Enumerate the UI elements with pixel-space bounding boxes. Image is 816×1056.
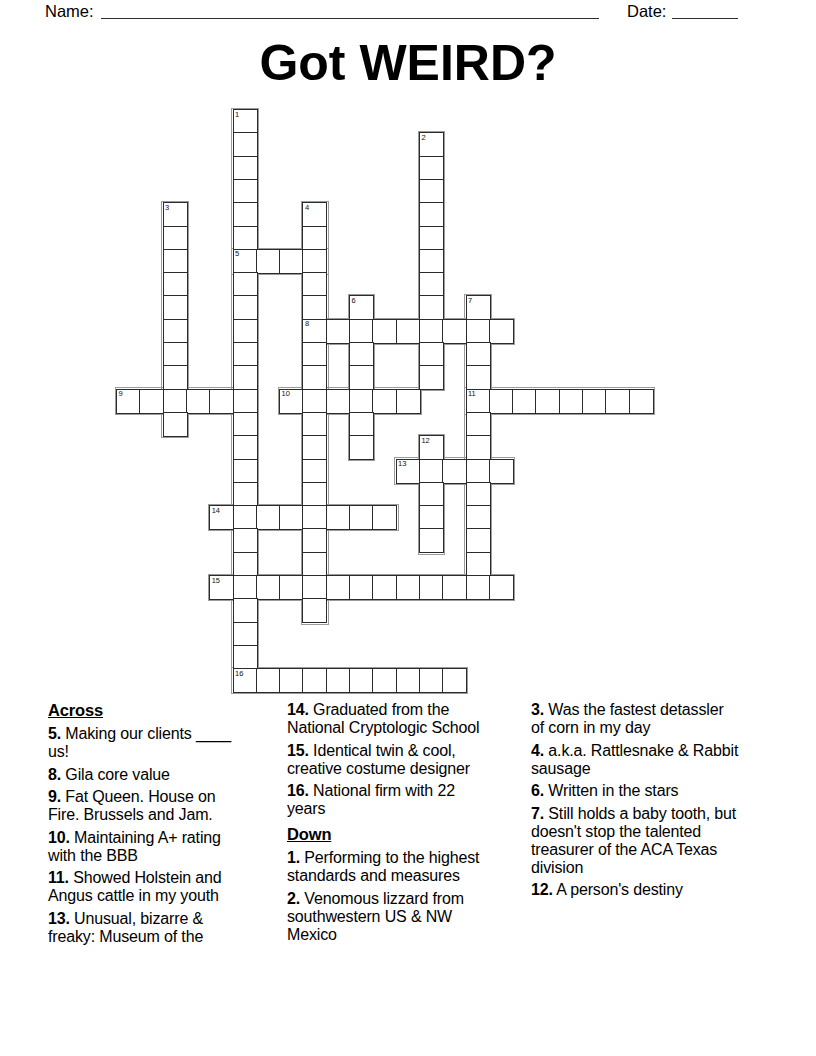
grid-cell-r7-c5[interactable] (233, 272, 258, 297)
grid-cell-r15-c13[interactable] (419, 459, 444, 484)
grid-cell-r6-c8[interactable] (302, 249, 327, 274)
grid-cell-r12-c18[interactable] (535, 389, 560, 414)
grid-cell-r19-c5[interactable] (233, 552, 258, 577)
clue-across-10-text: Maintaining A+ rating with the BBB (48, 829, 221, 864)
grid-cell-r24-c8[interactable] (302, 668, 327, 693)
clue-number-6: 6 (352, 297, 356, 305)
grid-cell-r13-c15[interactable] (466, 412, 491, 437)
grid-cell-r9-c13[interactable] (419, 319, 444, 344)
grid-cell-r15-c12[interactable]: 13 (396, 459, 421, 484)
clue-across-14-text: Graduated from the National Cryptologic … (287, 701, 480, 736)
grid-cell-r9-c12[interactable] (396, 319, 421, 344)
grid-cell-r17-c9[interactable] (326, 505, 351, 530)
clue-down-3-number: 3. (531, 701, 544, 718)
clue-down-2-text: Venomous lizzard from southwestern US & … (287, 890, 464, 943)
grid-cell-r6-c13[interactable] (419, 249, 444, 274)
grid-cell-r17-c11[interactable] (372, 505, 397, 530)
clue-number-10: 10 (282, 390, 290, 398)
grid-cell-r17-c15[interactable] (466, 505, 491, 530)
grid-cell-r2-c5[interactable] (233, 156, 258, 181)
clue-number-15: 15 (212, 577, 220, 585)
grid-cell-r4-c8[interactable]: 4 (302, 202, 327, 227)
grid-cell-r24-c9[interactable] (326, 668, 351, 693)
grid-cell-r4-c5[interactable] (233, 202, 258, 227)
grid-cell-r10-c5[interactable] (233, 342, 258, 367)
grid-cell-r10-c8[interactable] (302, 342, 327, 367)
grid-cell-r3-c5[interactable] (233, 179, 258, 204)
grid-cell-r6-c5[interactable]: 5 (233, 249, 258, 274)
grid-cell-r24-c6[interactable] (256, 668, 281, 693)
grid-cell-r23-c5[interactable] (233, 645, 258, 670)
clue-across-8-number: 8. (48, 766, 61, 783)
grid-cell-r24-c10[interactable] (349, 668, 374, 693)
clue-number-11: 11 (468, 390, 476, 398)
grid-cell-r18-c5[interactable] (233, 528, 258, 553)
grid-cell-r8-c2[interactable] (163, 295, 188, 320)
grid-cell-r1-c5[interactable] (233, 132, 258, 157)
clue-column-3: 3. Was the fastest detassler of corn in … (531, 701, 739, 904)
clue-across-8: 8. Gila core value (48, 766, 250, 784)
grid-cell-r19-c8[interactable] (302, 552, 327, 577)
grid-cell-r18-c8[interactable] (302, 528, 327, 553)
grid-cell-r21-c5[interactable] (233, 598, 258, 623)
clue-down-12-number: 12. (531, 881, 553, 898)
grid-cell-r17-c10[interactable] (349, 505, 374, 530)
grid-cell-r10-c2[interactable] (163, 342, 188, 367)
grid-cell-r8-c5[interactable] (233, 295, 258, 320)
grid-cell-r12-c12[interactable] (396, 389, 421, 414)
grid-cell-r14-c10[interactable] (349, 435, 374, 460)
clue-down-12: 12. A person's destiny (531, 881, 739, 899)
grid-cell-r20-c7[interactable] (279, 575, 304, 600)
grid-cell-r9-c9[interactable] (326, 319, 351, 344)
grid-cell-r24-c11[interactable] (372, 668, 397, 693)
grid-cell-r12-c20[interactable] (582, 389, 607, 414)
grid-cell-r12-c11[interactable] (372, 389, 397, 414)
grid-cell-r7-c13[interactable] (419, 272, 444, 297)
clue-number-14: 14 (212, 507, 220, 515)
grid-cell-r9-c8[interactable]: 8 (302, 319, 327, 344)
grid-cell-r12-c9[interactable] (326, 389, 351, 414)
grid-cell-r17-c8[interactable] (302, 505, 327, 530)
grid-cell-r6-c6[interactable] (256, 249, 281, 274)
grid-cell-r12-c15[interactable]: 11 (466, 389, 491, 414)
clue-number-12: 12 (421, 437, 429, 445)
grid-cell-r24-c7[interactable] (279, 668, 304, 693)
grid-cell-r5-c2[interactable] (163, 226, 188, 251)
clue-column-2: 14. Graduated from the National Cryptolo… (287, 701, 495, 948)
clue-across-15-text: Identical twin & cool, creative costume … (287, 742, 470, 777)
clue-number-7: 7 (468, 297, 472, 305)
clue-across-13-number: 13. (48, 910, 70, 927)
clue-across-9-number: 9. (48, 788, 61, 805)
grid-cell-r17-c7[interactable] (279, 505, 304, 530)
grid-cell-r5-c8[interactable] (302, 226, 327, 251)
grid-cell-r20-c14[interactable] (442, 575, 467, 600)
grid-cell-r20-c12[interactable] (396, 575, 421, 600)
grid-cell-r15-c8[interactable] (302, 459, 327, 484)
grid-cell-r15-c15[interactable] (466, 459, 491, 484)
clue-down-12-text: A person's destiny (553, 881, 683, 898)
clue-across-13: 13. Unusual, bizarre & freaky: Museum of… (48, 910, 250, 946)
clue-down-3: 3. Was the fastest detassler of corn in … (531, 701, 739, 737)
grid-cell-r20-c13[interactable] (419, 575, 444, 600)
grid-cell-r14-c13[interactable]: 12 (419, 435, 444, 460)
clue-down-4-number: 4. (531, 742, 544, 759)
clue-down-7-number: 7. (531, 805, 544, 822)
grid-cell-r11-c5[interactable] (233, 365, 258, 390)
clue-down-6-text: Written in the stars (544, 782, 678, 799)
grid-cell-r20-c8[interactable] (302, 575, 327, 600)
grid-cell-r12-c8[interactable] (302, 389, 327, 414)
grid-cell-r4-c13[interactable] (419, 202, 444, 227)
grid-cell-r9-c15[interactable] (466, 319, 491, 344)
clue-down-1-number: 1. (287, 849, 300, 866)
grid-cell-r24-c13[interactable] (419, 668, 444, 693)
grid-cell-r15-c16[interactable] (489, 459, 514, 484)
grid-cell-r13-c8[interactable] (302, 412, 327, 437)
clue-down-1: 1. Performing to the highest standards a… (287, 849, 495, 885)
grid-cell-r11-c2[interactable] (163, 365, 188, 390)
grid-cell-r3-c13[interactable] (419, 179, 444, 204)
page-title: Got WEIRD? (0, 34, 816, 92)
grid-cell-r0-c5[interactable]: 1 (233, 109, 258, 134)
grid-cell-r12-c19[interactable] (559, 389, 584, 414)
grid-cell-r1-c13[interactable]: 2 (419, 132, 444, 157)
grid-cell-r12-c0[interactable]: 9 (116, 389, 141, 414)
grid-cell-r17-c5[interactable] (233, 505, 258, 530)
clue-down-6: 6. Written in the stars (531, 782, 739, 800)
down-header: Down (287, 825, 495, 843)
grid-cell-r8-c8[interactable] (302, 295, 327, 320)
grid-cell-r6-c7[interactable] (279, 249, 304, 274)
clue-across-16: 16. National firm with 22 years (287, 782, 495, 818)
clue-column-1: Across5. Making our clients ____ us!8. G… (48, 701, 250, 950)
clue-number-9: 9 (119, 390, 123, 398)
grid-cell-r14-c5[interactable] (233, 435, 258, 460)
grid-cell-r7-c2[interactable] (163, 272, 188, 297)
clue-across-10-number: 10. (48, 829, 70, 846)
grid-cell-r5-c5[interactable] (233, 226, 258, 251)
clue-number-1: 1 (235, 111, 239, 119)
grid-cell-r21-c8[interactable] (302, 598, 327, 623)
clue-across-15-number: 15. (287, 742, 309, 759)
grid-cell-r12-c22[interactable] (629, 389, 654, 414)
clue-number-5: 5 (235, 250, 239, 258)
grid-cell-r8-c13[interactable] (419, 295, 444, 320)
clue-across-16-number: 16. (287, 782, 309, 799)
grid-cell-r19-c15[interactable] (466, 552, 491, 577)
clue-number-13: 13 (398, 460, 406, 468)
grid-cell-r14-c8[interactable] (302, 435, 327, 460)
clue-across-10: 10. Maintaining A+ rating with the BBB (48, 829, 250, 865)
grid-cell-r12-c10[interactable] (349, 389, 374, 414)
clue-across-5: 5. Making our clients ____ us! (48, 725, 250, 761)
grid-cell-r4-c2[interactable]: 3 (163, 202, 188, 227)
grid-cell-r24-c5[interactable]: 16 (233, 668, 258, 693)
grid-cell-r9-c2[interactable] (163, 319, 188, 344)
grid-cell-r12-c3[interactable] (186, 389, 211, 414)
date-field-line[interactable] (672, 0, 738, 19)
clue-number-3: 3 (165, 204, 169, 212)
clue-number-8: 8 (305, 320, 309, 328)
clue-down-2-number: 2. (287, 890, 300, 907)
clue-across-14-number: 14. (287, 701, 309, 718)
grid-cell-r20-c6[interactable] (256, 575, 281, 600)
grid-cell-r10-c15[interactable] (466, 342, 491, 367)
clue-across-8-text: Gila core value (61, 766, 170, 783)
grid-cell-r12-c5[interactable] (233, 389, 258, 414)
grid-cell-r14-c15[interactable] (466, 435, 491, 460)
grid-cell-r2-c13[interactable] (419, 156, 444, 181)
grid-cell-r13-c5[interactable] (233, 412, 258, 437)
grid-cell-r20-c10[interactable] (349, 575, 374, 600)
clue-across-11: 11. Showed Holstein and Angus cattle in … (48, 869, 250, 905)
grid-cell-r9-c11[interactable] (372, 319, 397, 344)
name-label: Name: (45, 2, 94, 21)
grid-cell-r12-c1[interactable] (139, 389, 164, 414)
grid-cell-r24-c14[interactable] (442, 668, 467, 693)
clue-across-5-text: Making our clients ____ us! (48, 725, 231, 760)
grid-cell-r9-c16[interactable] (489, 319, 514, 344)
clue-number-4: 4 (305, 204, 309, 212)
clue-down-7-text: Still holds a baby tooth, but doesn't st… (531, 805, 736, 876)
grid-cell-r16-c5[interactable] (233, 482, 258, 507)
clue-across-15: 15. Identical twin & cool, creative cost… (287, 742, 495, 778)
grid-cell-r5-c13[interactable] (419, 226, 444, 251)
clue-across-5-number: 5. (48, 725, 61, 742)
grid-cell-r9-c14[interactable] (442, 319, 467, 344)
clue-down-2: 2. Venomous lizzard from southwestern US… (287, 890, 495, 944)
grid-cell-r12-c16[interactable] (489, 389, 514, 414)
grid-cell-r15-c14[interactable] (442, 459, 467, 484)
clue-across-11-text: Showed Holstein and Angus cattle in my y… (48, 869, 222, 904)
clue-down-3-text: Was the fastest detassler of corn in my … (531, 701, 724, 736)
grid-cell-r15-c5[interactable] (233, 459, 258, 484)
grid-cell-r18-c15[interactable] (466, 528, 491, 553)
grid-cell-r16-c13[interactable] (419, 482, 444, 507)
grid-cell-r24-c12[interactable] (396, 668, 421, 693)
grid-cell-r6-c2[interactable] (163, 249, 188, 274)
grid-cell-r11-c15[interactable] (466, 365, 491, 390)
grid-cell-r16-c8[interactable] (302, 482, 327, 507)
clue-down-7: 7. Still holds a baby tooth, but doesn't… (531, 805, 739, 877)
grid-cell-r17-c6[interactable] (256, 505, 281, 530)
clue-across-13-text: Unusual, bizarre & freaky: Museum of the (48, 910, 203, 945)
grid-cell-r13-c10[interactable] (349, 412, 374, 437)
name-field-line[interactable] (101, 0, 599, 19)
clue-across-9-text: Fat Queen. House on Fire. Brussels and J… (48, 788, 215, 823)
grid-cell-r11-c8[interactable] (302, 365, 327, 390)
grid-cell-r20-c16[interactable] (489, 575, 514, 600)
grid-cell-r22-c5[interactable] (233, 622, 258, 647)
clue-down-4-text: a.k.a. Rattlesnake & Rabbit sausage (531, 742, 738, 777)
clue-down-6-number: 6. (531, 782, 544, 799)
grid-cell-r20-c9[interactable] (326, 575, 351, 600)
crossword-grid: 12345678910111213141516 (116, 109, 656, 695)
grid-cell-r20-c11[interactable] (372, 575, 397, 600)
grid-cell-r20-c5[interactable] (233, 575, 258, 600)
grid-cell-r20-c4[interactable]: 15 (209, 575, 234, 600)
grid-cell-r12-c2[interactable] (163, 389, 188, 414)
clue-down-4: 4. a.k.a. Rattlesnake & Rabbit sausage (531, 742, 739, 778)
across-header: Across (48, 701, 250, 719)
clue-number-16: 16 (235, 670, 243, 678)
grid-cell-r11-c10[interactable] (349, 365, 374, 390)
grid-cell-r13-c2[interactable] (163, 412, 188, 437)
grid-cell-r10-c13[interactable] (419, 342, 444, 367)
grid-cell-r10-c10[interactable] (349, 342, 374, 367)
clue-across-11-number: 11. (48, 869, 69, 886)
grid-cell-r7-c8[interactable] (302, 272, 327, 297)
grid-cell-r9-c5[interactable] (233, 319, 258, 344)
grid-cell-r16-c15[interactable] (466, 482, 491, 507)
grid-cell-r17-c13[interactable] (419, 505, 444, 530)
grid-cell-r12-c4[interactable] (209, 389, 234, 414)
grid-cell-r8-c10[interactable]: 6 (349, 295, 374, 320)
clue-down-1-text: Performing to the highest standards and … (287, 849, 479, 884)
grid-cell-r12-c17[interactable] (512, 389, 537, 414)
grid-cell-r8-c15[interactable]: 7 (466, 295, 491, 320)
grid-cell-r12-c21[interactable] (605, 389, 630, 414)
grid-cell-r9-c10[interactable] (349, 319, 374, 344)
grid-cell-r20-c15[interactable] (466, 575, 491, 600)
clue-across-14: 14. Graduated from the National Cryptolo… (287, 701, 495, 737)
date-label: Date: (627, 2, 666, 21)
grid-cell-r18-c13[interactable] (419, 528, 444, 553)
clue-across-9: 9. Fat Queen. House on Fire. Brussels an… (48, 788, 250, 824)
clue-across-16-text: National firm with 22 years (287, 782, 455, 817)
grid-cell-r11-c13[interactable] (419, 365, 444, 390)
clue-number-2: 2 (421, 134, 425, 142)
grid-cell-r12-c7[interactable]: 10 (279, 389, 304, 414)
grid-cell-r17-c4[interactable]: 14 (209, 505, 234, 530)
